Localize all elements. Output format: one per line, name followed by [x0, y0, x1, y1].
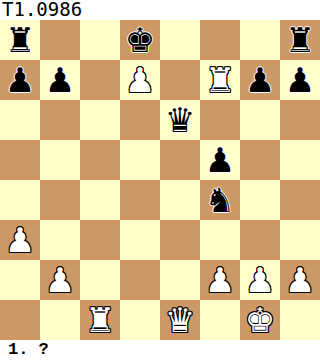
- square-e1[interactable]: ♛: [160, 300, 200, 340]
- white-pawn: ♟: [205, 260, 235, 300]
- square-a3[interactable]: ♟: [0, 220, 40, 260]
- square-d6[interactable]: [120, 100, 160, 140]
- square-a5[interactable]: [0, 140, 40, 180]
- square-g2[interactable]: ♟: [240, 260, 280, 300]
- square-e6[interactable]: ♛: [160, 100, 200, 140]
- square-e4[interactable]: [160, 180, 200, 220]
- white-pawn: ♟: [45, 260, 75, 300]
- square-c8[interactable]: [80, 20, 120, 60]
- black-pawn: ♟: [205, 140, 235, 180]
- square-d7[interactable]: ♟: [120, 60, 160, 100]
- black-pawn: ♟: [5, 60, 35, 100]
- square-d2[interactable]: [120, 260, 160, 300]
- square-h2[interactable]: ♟: [280, 260, 320, 300]
- square-d3[interactable]: [120, 220, 160, 260]
- white-rook: ♜: [205, 60, 235, 100]
- square-a1[interactable]: [0, 300, 40, 340]
- square-f2[interactable]: ♟: [200, 260, 240, 300]
- square-f5[interactable]: ♟: [200, 140, 240, 180]
- square-b2[interactable]: ♟: [40, 260, 80, 300]
- square-d5[interactable]: [120, 140, 160, 180]
- square-h5[interactable]: [280, 140, 320, 180]
- square-e3[interactable]: [160, 220, 200, 260]
- square-a4[interactable]: [0, 180, 40, 220]
- square-f1[interactable]: [200, 300, 240, 340]
- square-b3[interactable]: [40, 220, 80, 260]
- move-prompt: 1. ?: [0, 340, 320, 360]
- black-queen: ♛: [165, 100, 195, 140]
- square-a7[interactable]: ♟: [0, 60, 40, 100]
- square-b1[interactable]: [40, 300, 80, 340]
- square-c6[interactable]: [80, 100, 120, 140]
- square-d4[interactable]: [120, 180, 160, 220]
- black-rook: ♜: [285, 20, 315, 60]
- square-g5[interactable]: [240, 140, 280, 180]
- square-h4[interactable]: [280, 180, 320, 220]
- square-h8[interactable]: ♜: [280, 20, 320, 60]
- square-b5[interactable]: [40, 140, 80, 180]
- square-g7[interactable]: ♟: [240, 60, 280, 100]
- white-pawn: ♟: [245, 260, 275, 300]
- white-rook: ♜: [85, 300, 115, 340]
- square-b7[interactable]: ♟: [40, 60, 80, 100]
- white-pawn: ♟: [285, 260, 315, 300]
- square-f6[interactable]: [200, 100, 240, 140]
- square-d8[interactable]: ♚: [120, 20, 160, 60]
- square-e8[interactable]: [160, 20, 200, 60]
- square-g4[interactable]: [240, 180, 280, 220]
- white-pawn: ♟: [125, 60, 155, 100]
- puzzle-id: T1.0986: [0, 0, 320, 20]
- square-c5[interactable]: [80, 140, 120, 180]
- black-pawn: ♟: [285, 60, 315, 100]
- square-g3[interactable]: [240, 220, 280, 260]
- black-pawn: ♟: [245, 60, 275, 100]
- square-f8[interactable]: [200, 20, 240, 60]
- square-h1[interactable]: [280, 300, 320, 340]
- square-a6[interactable]: [0, 100, 40, 140]
- chess-puzzle-app: T1.0986 ♜♚♜♟♟♟♜♟♟♛♟♞♟♟♟♟♟♜♛♚ 1. ?: [0, 0, 320, 360]
- square-e2[interactable]: [160, 260, 200, 300]
- square-a2[interactable]: [0, 260, 40, 300]
- black-pawn: ♟: [45, 60, 75, 100]
- square-f4[interactable]: ♞: [200, 180, 240, 220]
- black-rook: ♜: [5, 20, 35, 60]
- square-h7[interactable]: ♟: [280, 60, 320, 100]
- square-a8[interactable]: ♜: [0, 20, 40, 60]
- square-c2[interactable]: [80, 260, 120, 300]
- square-b6[interactable]: [40, 100, 80, 140]
- square-f3[interactable]: [200, 220, 240, 260]
- square-c4[interactable]: [80, 180, 120, 220]
- square-c3[interactable]: [80, 220, 120, 260]
- square-b4[interactable]: [40, 180, 80, 220]
- square-f7[interactable]: ♜: [200, 60, 240, 100]
- white-queen: ♛: [165, 300, 195, 340]
- square-d1[interactable]: [120, 300, 160, 340]
- square-g1[interactable]: ♚: [240, 300, 280, 340]
- square-b8[interactable]: [40, 20, 80, 60]
- chess-board: ♜♚♜♟♟♟♜♟♟♛♟♞♟♟♟♟♟♜♛♚: [0, 20, 320, 340]
- square-c7[interactable]: [80, 60, 120, 100]
- square-h6[interactable]: [280, 100, 320, 140]
- white-king: ♚: [245, 300, 275, 340]
- square-h3[interactable]: [280, 220, 320, 260]
- square-e5[interactable]: [160, 140, 200, 180]
- black-knight: ♞: [205, 180, 235, 220]
- square-g8[interactable]: [240, 20, 280, 60]
- square-e7[interactable]: [160, 60, 200, 100]
- white-pawn: ♟: [5, 220, 35, 260]
- square-g6[interactable]: [240, 100, 280, 140]
- square-c1[interactable]: ♜: [80, 300, 120, 340]
- black-king: ♚: [125, 20, 155, 60]
